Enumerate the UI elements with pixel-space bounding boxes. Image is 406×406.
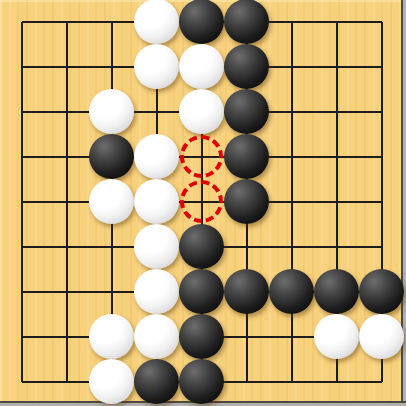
black-stone (359, 269, 404, 314)
intersection (314, 89, 359, 134)
intersection (44, 89, 89, 134)
intersection (0, 314, 44, 359)
intersection (0, 224, 44, 269)
intersection (0, 269, 44, 314)
black-stone (224, 0, 269, 44)
intersection (179, 224, 224, 269)
intersection (134, 359, 179, 404)
intersection (224, 314, 269, 359)
intersection (269, 0, 314, 44)
intersection (314, 0, 359, 44)
white-stone (89, 89, 134, 134)
black-stone (224, 134, 269, 179)
white-stone (134, 179, 179, 224)
intersection (134, 0, 179, 44)
intersection (89, 89, 134, 134)
intersection (179, 44, 224, 89)
intersection (89, 179, 134, 224)
intersection (314, 134, 359, 179)
white-stone (179, 89, 224, 134)
intersection (44, 44, 89, 89)
intersection (179, 0, 224, 44)
intersection (179, 179, 224, 224)
black-stone (314, 269, 359, 314)
intersection (89, 314, 134, 359)
intersection (89, 134, 134, 179)
white-stone (134, 0, 179, 44)
black-stone (224, 44, 269, 89)
intersection (134, 314, 179, 359)
highlight-circle-marker (180, 135, 223, 178)
black-stone (224, 179, 269, 224)
intersection (314, 224, 359, 269)
intersection (269, 89, 314, 134)
intersection (269, 359, 314, 404)
intersection (89, 0, 134, 44)
intersection (224, 44, 269, 89)
intersection (224, 224, 269, 269)
intersection (44, 0, 89, 44)
intersection (224, 89, 269, 134)
black-stone (134, 359, 179, 404)
intersection (44, 269, 89, 314)
intersection (134, 89, 179, 134)
white-stone (89, 314, 134, 359)
intersection (314, 359, 359, 404)
intersection (359, 314, 404, 359)
white-stone (134, 224, 179, 269)
intersection (0, 134, 44, 179)
intersection (0, 89, 44, 134)
stone-grid (0, 0, 404, 404)
white-stone (134, 134, 179, 179)
intersection (179, 314, 224, 359)
white-stone (89, 179, 134, 224)
black-stone (179, 0, 224, 44)
black-stone (179, 359, 224, 404)
go-board (0, 0, 406, 406)
intersection (359, 89, 404, 134)
intersection (269, 179, 314, 224)
intersection (179, 359, 224, 404)
white-stone (134, 269, 179, 314)
intersection (269, 269, 314, 314)
black-stone (224, 269, 269, 314)
intersection (0, 179, 44, 224)
intersection (269, 314, 314, 359)
black-stone (179, 224, 224, 269)
intersection (44, 359, 89, 404)
intersection (44, 314, 89, 359)
intersection (359, 179, 404, 224)
intersection (224, 0, 269, 44)
intersection (0, 359, 44, 404)
intersection (224, 359, 269, 404)
intersection (224, 269, 269, 314)
white-stone (134, 44, 179, 89)
black-stone (269, 269, 314, 314)
intersection (359, 359, 404, 404)
intersection (134, 179, 179, 224)
intersection (179, 89, 224, 134)
intersection (44, 224, 89, 269)
highlight-circle-marker (180, 180, 223, 223)
intersection (314, 179, 359, 224)
intersection (134, 134, 179, 179)
intersection (89, 269, 134, 314)
intersection (314, 44, 359, 89)
intersection (89, 359, 134, 404)
intersection (0, 44, 44, 89)
intersection (89, 224, 134, 269)
intersection (134, 224, 179, 269)
intersection (314, 269, 359, 314)
intersection (179, 134, 224, 179)
intersection (179, 269, 224, 314)
intersection (314, 314, 359, 359)
intersection (0, 0, 44, 44)
intersection (89, 44, 134, 89)
intersection (359, 44, 404, 89)
intersection (359, 269, 404, 314)
intersection (224, 179, 269, 224)
intersection (269, 224, 314, 269)
white-stone (134, 314, 179, 359)
intersection (359, 224, 404, 269)
intersection (269, 44, 314, 89)
intersection (134, 269, 179, 314)
intersection (44, 179, 89, 224)
white-stone (359, 314, 404, 359)
intersection (44, 134, 89, 179)
white-stone (179, 44, 224, 89)
black-stone (224, 89, 269, 134)
intersection (359, 0, 404, 44)
black-stone (179, 269, 224, 314)
white-stone (314, 314, 359, 359)
intersection (134, 44, 179, 89)
white-stone (89, 359, 134, 404)
black-stone (89, 134, 134, 179)
intersection (269, 134, 314, 179)
intersection (359, 134, 404, 179)
black-stone (179, 314, 224, 359)
intersection (224, 134, 269, 179)
